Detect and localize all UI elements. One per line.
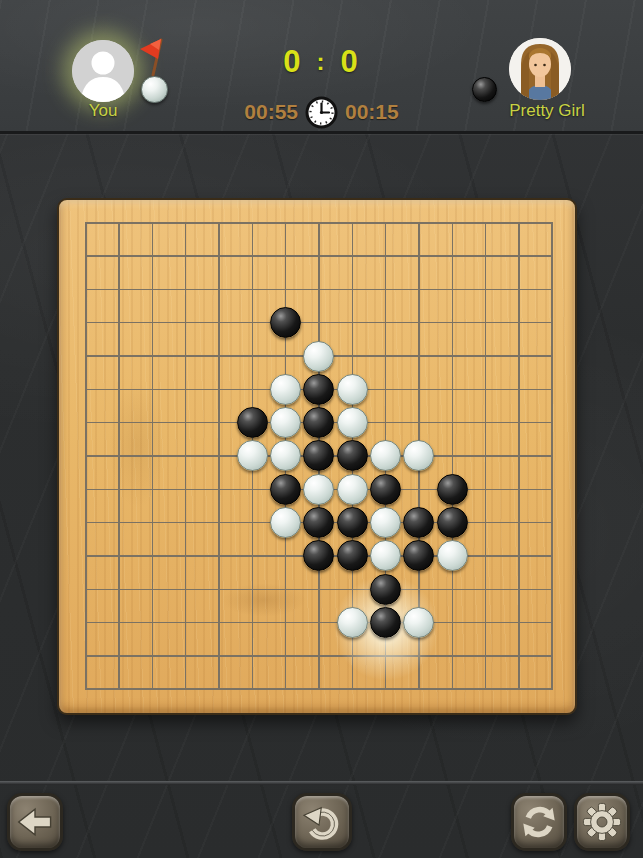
stone-white — [270, 407, 301, 438]
stone-black — [303, 440, 334, 471]
stone-white — [237, 440, 268, 471]
gomoku-board[interactable] — [57, 198, 577, 715]
stone-black — [403, 507, 434, 538]
gear-icon — [582, 802, 622, 842]
stone-white — [337, 474, 368, 505]
stone-black — [370, 474, 401, 505]
stone-black — [437, 474, 468, 505]
stone-white — [337, 407, 368, 438]
back-button[interactable] — [7, 793, 63, 851]
stone-white — [370, 440, 401, 471]
stone-black — [237, 407, 268, 438]
settings-button[interactable] — [574, 793, 630, 851]
stone-black — [370, 607, 401, 638]
stone-black — [303, 540, 334, 571]
stone-black — [337, 507, 368, 538]
stone-white — [270, 440, 301, 471]
game-screen: You 0:0 00:55 00:15 — [0, 0, 643, 858]
stone-white — [303, 341, 334, 372]
player-name-pretty-girl: Pretty Girl — [462, 101, 632, 121]
girl-portrait-icon — [509, 38, 571, 100]
stone-white — [370, 507, 401, 538]
stone-black — [337, 440, 368, 471]
stone-black — [270, 307, 301, 338]
stone-black — [270, 474, 301, 505]
avatar-pretty-girl — [509, 38, 571, 100]
stone-black — [437, 507, 468, 538]
stone-white — [437, 540, 468, 571]
stone-white — [370, 540, 401, 571]
stone-black — [403, 540, 434, 571]
stone-white — [337, 607, 368, 638]
clock-icon — [305, 96, 338, 129]
score-separator: : — [317, 48, 327, 75]
stone-black — [303, 407, 334, 438]
timer-right: 00:15 — [345, 100, 399, 124]
refresh-icon — [519, 802, 559, 842]
undo-arrow-icon — [301, 803, 343, 841]
score-left: 0 — [283, 44, 302, 79]
stone-black — [303, 374, 334, 405]
undo-button[interactable] — [292, 793, 352, 851]
stone-black — [303, 507, 334, 538]
stone-white — [403, 440, 434, 471]
stone-black — [370, 574, 401, 605]
timer-left: 00:55 — [244, 100, 298, 124]
stone-white — [270, 374, 301, 405]
stone-white — [270, 507, 301, 538]
stone-black — [337, 540, 368, 571]
toolbar-divider — [0, 781, 643, 785]
header-bar: You 0:0 00:55 00:15 — [0, 0, 643, 134]
stone-white — [337, 374, 368, 405]
board-grid — [85, 222, 553, 690]
stone-white — [303, 474, 334, 505]
restart-button[interactable] — [511, 793, 567, 851]
score-right: 0 — [341, 44, 360, 79]
back-arrow-icon — [15, 805, 55, 839]
black-stone-indicator — [472, 77, 497, 102]
